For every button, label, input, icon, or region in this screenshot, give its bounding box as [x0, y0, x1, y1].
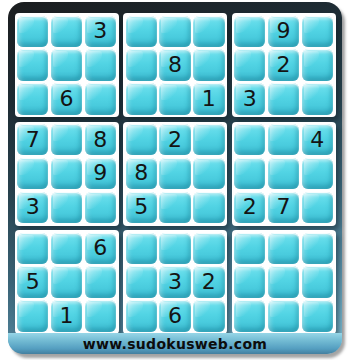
cell-r4c2[interactable]: [51, 124, 82, 155]
cell-r8c9[interactable]: [302, 266, 333, 297]
cell-r4c9[interactable]: 4: [302, 124, 333, 155]
cell-r5c8[interactable]: [268, 158, 299, 189]
cell-r6c8[interactable]: 7: [268, 192, 299, 223]
cell-r3c5[interactable]: [159, 83, 190, 114]
cell-r8c2[interactable]: [51, 266, 82, 297]
given-digit: 6: [59, 88, 73, 110]
cell-r4c6[interactable]: [193, 124, 224, 155]
cell-r7c8[interactable]: [268, 233, 299, 264]
sudoku-box-4: 7893: [15, 122, 119, 226]
cell-r6c7[interactable]: 2: [234, 192, 265, 223]
cell-r6c1[interactable]: 3: [17, 192, 48, 223]
given-digit: 4: [310, 129, 324, 151]
cell-r1c2[interactable]: [51, 16, 82, 47]
cell-r1c8[interactable]: 9: [268, 16, 299, 47]
cell-r5c6[interactable]: [193, 158, 224, 189]
cell-r8c1[interactable]: 5: [17, 266, 48, 297]
cell-r7c9[interactable]: [302, 233, 333, 264]
sudoku-box-6: 427: [232, 122, 336, 226]
sudoku-box-2: 81: [123, 13, 227, 117]
cell-r9c4[interactable]: [126, 300, 157, 331]
cell-r5c5[interactable]: [159, 158, 190, 189]
cell-r9c1[interactable]: [17, 300, 48, 331]
given-digit: 2: [168, 129, 182, 151]
cell-r5c1[interactable]: [17, 158, 48, 189]
cell-r6c5[interactable]: [159, 192, 190, 223]
cell-r4c7[interactable]: [234, 124, 265, 155]
given-digit: 5: [134, 196, 148, 218]
given-digit: 2: [202, 271, 216, 293]
given-digit: 6: [168, 305, 182, 327]
given-digit: 2: [276, 54, 290, 76]
cell-r5c9[interactable]: [302, 158, 333, 189]
cell-r2c3[interactable]: [85, 49, 116, 80]
cell-r6c2[interactable]: [51, 192, 82, 223]
cell-r1c1[interactable]: [17, 16, 48, 47]
cell-r2c5[interactable]: 8: [159, 49, 190, 80]
given-digit: 2: [243, 196, 257, 218]
given-digit: 7: [276, 196, 290, 218]
cell-r2c7[interactable]: [234, 49, 265, 80]
cell-r4c1[interactable]: 7: [17, 124, 48, 155]
cell-r6c6[interactable]: [193, 192, 224, 223]
cell-r7c2[interactable]: [51, 233, 82, 264]
given-digit: 5: [26, 271, 40, 293]
cell-r9c8[interactable]: [268, 300, 299, 331]
sudoku-box-3: 923: [232, 13, 336, 117]
cell-r9c5[interactable]: 6: [159, 300, 190, 331]
cell-r8c5[interactable]: 3: [159, 266, 190, 297]
cell-r6c9[interactable]: [302, 192, 333, 223]
cell-r2c1[interactable]: [17, 49, 48, 80]
cell-r9c9[interactable]: [302, 300, 333, 331]
cell-r6c4[interactable]: 5: [126, 192, 157, 223]
sudoku-box-9: [232, 230, 336, 334]
given-digit: 8: [134, 162, 148, 184]
cell-r1c6[interactable]: [193, 16, 224, 47]
cell-r4c8[interactable]: [268, 124, 299, 155]
cell-r4c4[interactable]: [126, 124, 157, 155]
given-digit: 3: [93, 20, 107, 42]
cell-r8c3[interactable]: [85, 266, 116, 297]
board-frame: 36819237893285427651326 www.sudokusweb.c…: [8, 2, 342, 354]
cell-r3c6[interactable]: 1: [193, 83, 224, 114]
cell-r9c7[interactable]: [234, 300, 265, 331]
cell-r2c9[interactable]: [302, 49, 333, 80]
cell-r7c4[interactable]: [126, 233, 157, 264]
cell-r4c3[interactable]: 8: [85, 124, 116, 155]
cell-r7c6[interactable]: [193, 233, 224, 264]
sudoku-box-1: 36: [15, 13, 119, 117]
cell-r2c2[interactable]: [51, 49, 82, 80]
cell-r3c8[interactable]: [268, 83, 299, 114]
cell-r7c5[interactable]: [159, 233, 190, 264]
cell-r7c1[interactable]: [17, 233, 48, 264]
cell-r1c4[interactable]: [126, 16, 157, 47]
cell-r3c3[interactable]: [85, 83, 116, 114]
cell-r5c7[interactable]: [234, 158, 265, 189]
given-digit: 9: [276, 20, 290, 42]
cell-r9c6[interactable]: [193, 300, 224, 331]
cell-r5c2[interactable]: [51, 158, 82, 189]
cell-r8c4[interactable]: [126, 266, 157, 297]
given-digit: 6: [93, 237, 107, 259]
cell-r1c3[interactable]: 3: [85, 16, 116, 47]
cell-r9c2[interactable]: 1: [51, 300, 82, 331]
given-digit: 3: [168, 271, 182, 293]
sudoku-page: 36819237893285427651326 www.sudokusweb.c…: [0, 0, 350, 360]
cell-r2c4[interactable]: [126, 49, 157, 80]
cell-r3c9[interactable]: [302, 83, 333, 114]
cell-r9c3[interactable]: [85, 300, 116, 331]
sudoku-box-5: 285: [123, 122, 227, 226]
cell-r1c7[interactable]: [234, 16, 265, 47]
cell-r8c8[interactable]: [268, 266, 299, 297]
cell-r8c6[interactable]: 2: [193, 266, 224, 297]
given-digit: 3: [26, 196, 40, 218]
cell-r2c8[interactable]: 2: [268, 49, 299, 80]
sudoku-box-7: 651: [15, 230, 119, 334]
cell-r5c4[interactable]: 8: [126, 158, 157, 189]
cell-r8c7[interactable]: [234, 266, 265, 297]
given-digit: 3: [243, 88, 257, 110]
footer-band: www.sudokusweb.com: [8, 333, 342, 354]
given-digit: 1: [59, 305, 73, 327]
sudoku-box-8: 326: [123, 230, 227, 334]
given-digit: 8: [168, 54, 182, 76]
cell-r1c5[interactable]: [159, 16, 190, 47]
cell-r4c5[interactable]: 2: [159, 124, 190, 155]
cell-r6c3[interactable]: [85, 192, 116, 223]
cell-r7c3[interactable]: 6: [85, 233, 116, 264]
site-url-link[interactable]: www.sudokusweb.com: [83, 336, 267, 352]
given-digit: 8: [93, 129, 107, 151]
given-digit: 1: [202, 88, 216, 110]
cell-r7c7[interactable]: [234, 233, 265, 264]
cell-r3c2[interactable]: 6: [51, 83, 82, 114]
cell-r2c6[interactable]: [193, 49, 224, 80]
given-digit: 9: [93, 162, 107, 184]
cell-r3c4[interactable]: [126, 83, 157, 114]
cell-r3c1[interactable]: [17, 83, 48, 114]
given-digit: 7: [26, 129, 40, 151]
cell-r3c7[interactable]: 3: [234, 83, 265, 114]
sudoku-board: 36819237893285427651326: [15, 13, 336, 334]
cell-r1c9[interactable]: [302, 16, 333, 47]
cell-r5c3[interactable]: 9: [85, 158, 116, 189]
